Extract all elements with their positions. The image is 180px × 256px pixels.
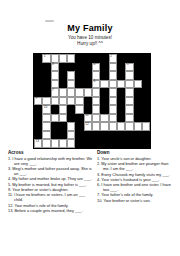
- black-cell: [51, 131, 59, 140]
- clue-number: 12: [85, 123, 89, 126]
- grid-cell[interactable]: [67, 71, 75, 80]
- grid-cell[interactable]: [125, 105, 133, 114]
- grid-cell[interactable]: [125, 71, 133, 80]
- grid-cell[interactable]: 7: [51, 88, 59, 97]
- grid-cell[interactable]: [67, 80, 75, 89]
- across-clue-list: 1. I have a good relationship with my br…: [8, 157, 94, 214]
- down-clue: 2. My sister and brother are younger tha…: [97, 162, 175, 172]
- grid-cell[interactable]: [92, 114, 100, 123]
- clue-number: 1: [44, 55, 46, 58]
- black-cell: [125, 131, 133, 140]
- black-cell: [117, 114, 125, 123]
- black-cell: [75, 80, 83, 89]
- grid-cell[interactable]: [75, 97, 83, 106]
- across-clue: 11. I have no brothers or sisters. I am …: [8, 193, 94, 203]
- across-clue: 1. I have a good relationship with my br…: [8, 157, 94, 167]
- grid-cell[interactable]: [134, 122, 142, 131]
- black-cell: [42, 88, 50, 97]
- grid-cell[interactable]: [59, 139, 67, 148]
- clue-number: 9: [36, 97, 38, 100]
- black-cell: [59, 131, 67, 140]
- black-cell: [51, 122, 59, 131]
- black-cell: [100, 97, 108, 106]
- black-cell: [134, 54, 142, 63]
- black-cell: [34, 71, 42, 80]
- grid-cell[interactable]: [142, 122, 150, 131]
- grid-cell[interactable]: 6: [92, 80, 100, 89]
- grid-cell[interactable]: [84, 88, 92, 97]
- black-cell: [109, 131, 117, 140]
- grid-cell[interactable]: [109, 88, 117, 97]
- down-clue: 10. Your brother or sister's son.: [97, 199, 175, 204]
- grid-cell[interactable]: [59, 88, 67, 97]
- grid-cell[interactable]: [51, 71, 59, 80]
- black-cell: [34, 122, 42, 131]
- grid-cell[interactable]: [100, 80, 108, 89]
- grid-cell[interactable]: 11: [84, 114, 92, 123]
- black-cell: [117, 97, 125, 106]
- grid-cell[interactable]: [109, 97, 117, 106]
- across-clue: 3. Megi's mother and father passed away.…: [8, 167, 94, 177]
- black-cell: [59, 122, 67, 131]
- black-cell: [42, 80, 50, 89]
- grid-cell[interactable]: [51, 97, 59, 106]
- grid-cell[interactable]: [109, 71, 117, 80]
- black-cell: [109, 139, 117, 148]
- grid-cell[interactable]: [125, 122, 133, 131]
- black-cell: [100, 63, 108, 72]
- grid-cell[interactable]: [51, 139, 59, 148]
- black-cell: [125, 139, 133, 148]
- black-cell: [134, 139, 142, 148]
- page-title: My Family: [0, 23, 180, 33]
- black-cell: [75, 139, 83, 148]
- black-cell: [75, 63, 83, 72]
- black-cell: [42, 63, 50, 72]
- grid-cell[interactable]: [92, 88, 100, 97]
- grid-cell[interactable]: [42, 114, 50, 123]
- black-cell: [142, 80, 150, 89]
- black-cell: [134, 105, 142, 114]
- black-cell: [92, 131, 100, 140]
- clue-number: 13: [36, 140, 40, 143]
- down-clues-section: Down 1. Your uncle's son or daughter.2. …: [97, 150, 175, 204]
- grid-cell[interactable]: [125, 97, 133, 106]
- grid-cell[interactable]: [134, 80, 142, 89]
- grid-cell[interactable]: [42, 131, 50, 140]
- grid-cell[interactable]: 10: [42, 105, 50, 114]
- black-cell: [92, 139, 100, 148]
- black-cell: [117, 54, 125, 63]
- grid-cell[interactable]: [125, 114, 133, 123]
- black-cell: [134, 97, 142, 106]
- clue-number: 6: [94, 80, 96, 83]
- grid-cell[interactable]: [67, 131, 75, 140]
- black-cell: [34, 105, 42, 114]
- grid-cell[interactable]: [75, 105, 83, 114]
- grid-cell[interactable]: [51, 114, 59, 123]
- black-cell: [100, 88, 108, 97]
- clue-number: 5: [127, 63, 129, 66]
- black-cell: [117, 63, 125, 72]
- black-cell: [142, 63, 150, 72]
- black-cell: [134, 88, 142, 97]
- grid-cell[interactable]: [67, 97, 75, 106]
- black-cell: [142, 71, 150, 80]
- black-cell: [34, 63, 42, 72]
- black-cell: [142, 139, 150, 148]
- grid-cell[interactable]: [117, 122, 125, 131]
- clue-number: 3: [52, 63, 54, 66]
- clue-number: 11: [85, 114, 88, 117]
- grid-cell[interactable]: [42, 139, 50, 148]
- black-cell: [100, 105, 108, 114]
- black-cell: [75, 54, 83, 63]
- black-cell: [84, 139, 92, 148]
- black-cell: [84, 54, 92, 63]
- black-cell: [134, 63, 142, 72]
- black-cell: [34, 54, 42, 63]
- black-cell: [117, 105, 125, 114]
- grid-cell[interactable]: [67, 139, 75, 148]
- grid-cell[interactable]: [59, 97, 67, 106]
- black-cell: [75, 114, 83, 123]
- grid-cell[interactable]: [109, 114, 117, 123]
- black-cell: [84, 80, 92, 89]
- black-cell: [75, 122, 83, 131]
- black-cell: [134, 71, 142, 80]
- black-cell: [42, 71, 50, 80]
- grid-cell[interactable]: [92, 97, 100, 106]
- grid-cell[interactable]: [109, 80, 117, 89]
- black-cell: [59, 63, 67, 72]
- black-cell: [34, 114, 42, 123]
- black-cell: [142, 54, 150, 63]
- grid-cell[interactable]: [100, 122, 108, 131]
- black-cell: [67, 105, 75, 114]
- grid-cell[interactable]: [42, 122, 50, 131]
- black-cell: [59, 71, 67, 80]
- black-cell: [34, 80, 42, 89]
- black-cell: [84, 97, 92, 106]
- grid-cell[interactable]: [125, 88, 133, 97]
- black-cell: [142, 131, 150, 140]
- black-cell: [84, 71, 92, 80]
- black-cell: [100, 54, 108, 63]
- grid-cell[interactable]: [59, 54, 67, 63]
- black-cell: [134, 131, 142, 140]
- grid-cell[interactable]: [42, 97, 50, 106]
- grid-cell[interactable]: [92, 105, 100, 114]
- black-cell: [84, 131, 92, 140]
- grid-cell[interactable]: [51, 80, 59, 89]
- black-cell: [142, 88, 150, 97]
- across-clues-section: Across 1. I have a good relationship wit…: [8, 150, 94, 214]
- grid-cell[interactable]: [67, 54, 75, 63]
- black-cell: [51, 105, 59, 114]
- grid-cell[interactable]: [92, 122, 100, 131]
- grid-cell[interactable]: [67, 122, 75, 131]
- grid-cell[interactable]: 13: [34, 139, 42, 148]
- clue-number: 2: [110, 55, 112, 58]
- black-cell: [59, 80, 67, 89]
- black-cell: [100, 131, 108, 140]
- black-cell: [100, 139, 108, 148]
- subtitle-time: You have 10 minutes!: [0, 35, 180, 40]
- grid-cell[interactable]: 2: [109, 54, 117, 63]
- subtitle-hurry: Hurry up!! ^^: [0, 41, 180, 46]
- black-cell: [117, 139, 125, 148]
- black-cell: [142, 105, 150, 114]
- grid-cell[interactable]: [59, 114, 67, 123]
- clue-number: 7: [52, 89, 54, 92]
- grid-cell[interactable]: 4: [92, 63, 100, 72]
- grid-cell[interactable]: 1: [42, 54, 50, 63]
- black-cell: [67, 114, 75, 123]
- grid-cell[interactable]: [109, 122, 117, 131]
- down-clue: 6. I have one brother and one sister. I …: [97, 183, 175, 193]
- clue-number: 10: [44, 106, 48, 109]
- black-cell: [142, 97, 150, 106]
- grid-cell[interactable]: 5: [125, 63, 133, 72]
- black-cell: [34, 131, 42, 140]
- black-cell: [84, 63, 92, 72]
- grid-cell[interactable]: 12: [84, 122, 92, 131]
- black-cell: [75, 131, 83, 140]
- black-cell: [117, 131, 125, 140]
- black-cell: [100, 71, 108, 80]
- grid-cell[interactable]: [117, 80, 125, 89]
- across-clue: 13. Before a couple gets married, they _…: [8, 209, 94, 214]
- grid-cell[interactable]: [75, 88, 83, 97]
- crossword-grid: 1234567910111213: [33, 53, 151, 149]
- grid-cell[interactable]: [100, 114, 108, 123]
- black-cell: [67, 63, 75, 72]
- grid-cell[interactable]: [109, 63, 117, 72]
- black-cell: [117, 71, 125, 80]
- grid-cell[interactable]: [125, 80, 133, 89]
- across-header: Across: [8, 150, 94, 156]
- down-header: Down: [97, 150, 175, 156]
- clue-number: 4: [94, 63, 96, 66]
- grid-cell[interactable]: 9: [34, 97, 42, 106]
- stray-mark: [45, 20, 54, 22]
- black-cell: [75, 71, 83, 80]
- grid-cell[interactable]: [109, 105, 117, 114]
- grid-cell[interactable]: [67, 88, 75, 97]
- grid-cell[interactable]: 3: [51, 63, 59, 72]
- down-clue-list: 1. Your uncle's son or daughter.2. My si…: [97, 157, 175, 203]
- black-cell: [134, 114, 142, 123]
- black-cell: [142, 114, 150, 123]
- grid-cell[interactable]: [59, 105, 67, 114]
- black-cell: [117, 88, 125, 97]
